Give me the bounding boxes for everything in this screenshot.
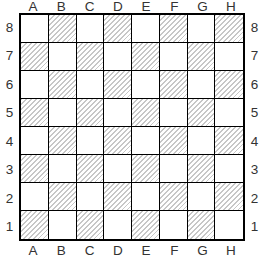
square-g8[interactable] — [188, 15, 216, 43]
rank-label-left-1: 1 — [0, 213, 19, 242]
file-label-bottom-a: A — [19, 241, 47, 261]
square-d4[interactable] — [104, 127, 132, 155]
square-e2[interactable] — [132, 183, 160, 211]
rank-label-left-4: 4 — [0, 127, 19, 156]
square-d5[interactable] — [104, 99, 132, 127]
square-a4[interactable] — [21, 127, 49, 155]
rank-label-left-7: 7 — [0, 42, 19, 71]
square-g2[interactable] — [188, 183, 216, 211]
rank-label-left-8: 8 — [0, 13, 19, 42]
rank-label-right-7: 7 — [245, 42, 264, 71]
file-label-top-e: E — [132, 0, 160, 13]
file-label-bottom-c: C — [76, 241, 104, 261]
square-f1[interactable] — [160, 211, 188, 239]
square-a1[interactable] — [21, 211, 49, 239]
rank-label-left-6: 6 — [0, 70, 19, 99]
square-a3[interactable] — [21, 155, 49, 183]
square-c3[interactable] — [77, 155, 105, 183]
square-e7[interactable] — [132, 43, 160, 71]
square-f4[interactable] — [160, 127, 188, 155]
file-label-top-c: C — [76, 0, 104, 13]
rank-label-left-2: 2 — [0, 184, 19, 213]
rank-label-left-3: 3 — [0, 156, 19, 185]
rank-label-right-8: 8 — [245, 13, 264, 42]
square-h6[interactable] — [215, 71, 243, 99]
square-b7[interactable] — [49, 43, 77, 71]
chessboard-diagram: AABBCCDDEEFFGGHH8877665544332211 — [0, 0, 264, 261]
square-d3[interactable] — [104, 155, 132, 183]
square-g3[interactable] — [188, 155, 216, 183]
square-c7[interactable] — [77, 43, 105, 71]
rank-label-right-3: 3 — [245, 156, 264, 185]
square-c4[interactable] — [77, 127, 105, 155]
file-label-bottom-b: B — [47, 241, 75, 261]
square-b6[interactable] — [49, 71, 77, 99]
square-a2[interactable] — [21, 183, 49, 211]
chess-board — [19, 13, 245, 241]
rank-label-right-2: 2 — [245, 184, 264, 213]
square-f5[interactable] — [160, 99, 188, 127]
square-h4[interactable] — [215, 127, 243, 155]
square-h7[interactable] — [215, 43, 243, 71]
square-h3[interactable] — [215, 155, 243, 183]
rank-label-right-5: 5 — [245, 99, 264, 128]
square-b5[interactable] — [49, 99, 77, 127]
rank-label-right-6: 6 — [245, 70, 264, 99]
square-a7[interactable] — [21, 43, 49, 71]
square-d6[interactable] — [104, 71, 132, 99]
square-d1[interactable] — [104, 211, 132, 239]
square-e1[interactable] — [132, 211, 160, 239]
file-label-bottom-f: F — [160, 241, 188, 261]
file-label-bottom-g: G — [189, 241, 217, 261]
square-a5[interactable] — [21, 99, 49, 127]
square-f7[interactable] — [160, 43, 188, 71]
square-g6[interactable] — [188, 71, 216, 99]
rank-label-right-4: 4 — [245, 127, 264, 156]
square-b8[interactable] — [49, 15, 77, 43]
file-label-top-a: A — [19, 0, 47, 13]
square-h2[interactable] — [215, 183, 243, 211]
square-a6[interactable] — [21, 71, 49, 99]
rank-label-left-5: 5 — [0, 99, 19, 128]
square-c1[interactable] — [77, 211, 105, 239]
file-label-bottom-h: H — [217, 241, 245, 261]
square-c2[interactable] — [77, 183, 105, 211]
square-c6[interactable] — [77, 71, 105, 99]
square-a8[interactable] — [21, 15, 49, 43]
square-f8[interactable] — [160, 15, 188, 43]
file-label-top-g: G — [189, 0, 217, 13]
square-e5[interactable] — [132, 99, 160, 127]
file-label-top-d: D — [104, 0, 132, 13]
square-h8[interactable] — [215, 15, 243, 43]
board-layout: AABBCCDDEEFFGGHH8877665544332211 — [0, 0, 264, 261]
file-label-bottom-e: E — [132, 241, 160, 261]
square-g5[interactable] — [188, 99, 216, 127]
square-f6[interactable] — [160, 71, 188, 99]
square-c8[interactable] — [77, 15, 105, 43]
square-d8[interactable] — [104, 15, 132, 43]
square-g7[interactable] — [188, 43, 216, 71]
file-label-top-b: B — [47, 0, 75, 13]
file-label-bottom-d: D — [104, 241, 132, 261]
square-e4[interactable] — [132, 127, 160, 155]
square-b4[interactable] — [49, 127, 77, 155]
square-e6[interactable] — [132, 71, 160, 99]
square-b1[interactable] — [49, 211, 77, 239]
square-c5[interactable] — [77, 99, 105, 127]
square-d2[interactable] — [104, 183, 132, 211]
square-g4[interactable] — [188, 127, 216, 155]
square-f2[interactable] — [160, 183, 188, 211]
rank-label-right-1: 1 — [245, 213, 264, 242]
square-b3[interactable] — [49, 155, 77, 183]
file-label-top-h: H — [217, 0, 245, 13]
square-h5[interactable] — [215, 99, 243, 127]
square-h1[interactable] — [215, 211, 243, 239]
square-e8[interactable] — [132, 15, 160, 43]
square-b2[interactable] — [49, 183, 77, 211]
square-e3[interactable] — [132, 155, 160, 183]
file-label-top-f: F — [160, 0, 188, 13]
square-g1[interactable] — [188, 211, 216, 239]
square-f3[interactable] — [160, 155, 188, 183]
square-d7[interactable] — [104, 43, 132, 71]
